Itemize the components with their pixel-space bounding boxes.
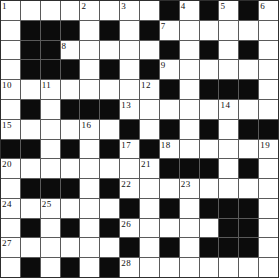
cell-r14c11[interactable] — [200, 258, 219, 277]
cell-r6c1[interactable] — [1, 100, 20, 119]
clue-number-15: 15 — [2, 120, 12, 130]
cell-r3c10[interactable] — [180, 41, 199, 60]
cell-r2c1[interactable] — [1, 21, 20, 40]
black-cell-r5c11 — [200, 80, 219, 99]
cell-r13c1[interactable]: 27 — [1, 238, 20, 257]
clue-number-7: 7 — [161, 21, 166, 31]
cell-r11c6[interactable] — [100, 199, 119, 218]
cell-r5c10[interactable] — [180, 80, 199, 99]
cell-r4c11[interactable] — [200, 60, 219, 79]
cell-r5c1[interactable]: 10 — [1, 80, 20, 99]
black-cell-r4c3 — [41, 60, 60, 79]
cell-r5c2[interactable] — [21, 80, 40, 99]
black-cell-r6c6 — [100, 100, 119, 119]
clue-number-10: 10 — [2, 80, 12, 90]
cell-r5c6[interactable] — [100, 80, 119, 99]
cell-r13c2[interactable] — [21, 238, 40, 257]
cell-r12c9[interactable] — [160, 219, 179, 238]
cell-r1c3[interactable] — [41, 1, 60, 20]
cell-r1c4[interactable] — [61, 1, 80, 20]
clue-number-12: 12 — [141, 80, 151, 90]
black-cell-r11c13 — [239, 199, 258, 218]
black-cell-r11c12 — [219, 199, 238, 218]
cell-r5c4[interactable] — [61, 80, 80, 99]
cell-r9c5[interactable] — [80, 159, 99, 178]
black-cell-r12c2 — [21, 219, 40, 238]
black-cell-r6c4 — [61, 100, 80, 119]
cell-r2c5[interactable] — [80, 21, 99, 40]
black-cell-r12c6 — [100, 219, 119, 238]
cell-r3c12[interactable] — [219, 41, 238, 60]
black-cell-r3c9 — [160, 41, 179, 60]
clue-number-2: 2 — [81, 1, 86, 11]
black-cell-r13c11 — [200, 238, 219, 257]
cell-r1c10[interactable]: 4 — [180, 1, 199, 20]
cell-r14c5[interactable] — [80, 258, 99, 277]
cell-r2c14[interactable] — [259, 21, 278, 40]
cell-r11c3[interactable]: 25 — [41, 199, 60, 218]
black-cell-r8c1 — [1, 140, 20, 159]
cell-r12c3[interactable] — [41, 219, 60, 238]
cell-r8c10[interactable] — [180, 140, 199, 159]
cell-r10c5[interactable] — [80, 179, 99, 198]
clue-number-22: 22 — [121, 179, 131, 189]
black-cell-r6c5 — [80, 100, 99, 119]
clue-number-21: 21 — [141, 159, 151, 169]
clue-number-8: 8 — [62, 41, 67, 51]
black-cell-r2c2 — [21, 21, 40, 40]
black-cell-r10c2 — [21, 179, 40, 198]
cell-r13c3[interactable] — [41, 238, 60, 257]
cell-r10c7[interactable]: 22 — [120, 179, 139, 198]
clue-number-6: 6 — [260, 1, 265, 11]
cell-r1c7[interactable]: 3 — [120, 1, 139, 20]
cell-r2c12[interactable] — [219, 21, 238, 40]
cell-r2c11[interactable] — [200, 21, 219, 40]
black-cell-r2c4 — [61, 21, 80, 40]
clue-number-3: 3 — [121, 1, 126, 11]
cell-r8c11[interactable] — [200, 140, 219, 159]
cell-r14c7[interactable]: 28 — [120, 258, 139, 277]
crossword-grid: 1234567891011121314151617181920212223242… — [0, 0, 279, 278]
cell-r3c1[interactable] — [1, 41, 20, 60]
cell-r1c12[interactable]: 5 — [219, 1, 238, 20]
cell-r4c1[interactable] — [1, 60, 20, 79]
cell-r4c10[interactable] — [180, 60, 199, 79]
cell-r10c8[interactable] — [140, 179, 159, 198]
cell-r11c4[interactable] — [61, 199, 80, 218]
black-cell-r1c13 — [239, 1, 258, 20]
cell-r6c12[interactable]: 14 — [219, 100, 238, 119]
black-cell-r9c10 — [180, 159, 199, 178]
clue-number-24: 24 — [2, 199, 12, 209]
cell-r9c3[interactable] — [41, 159, 60, 178]
cell-r8c14[interactable]: 19 — [259, 140, 278, 159]
cell-r7c4[interactable] — [61, 120, 80, 139]
cell-r6c9[interactable] — [160, 100, 179, 119]
cell-r1c2[interactable] — [21, 1, 40, 20]
cell-r5c3[interactable]: 11 — [41, 80, 60, 99]
black-cell-r2c3 — [41, 21, 60, 40]
cell-r5c7[interactable] — [120, 80, 139, 99]
black-cell-r13c7 — [120, 238, 139, 257]
cell-r11c1[interactable]: 24 — [1, 199, 20, 218]
cell-r1c8[interactable] — [140, 1, 159, 20]
cell-r7c12[interactable] — [219, 120, 238, 139]
black-cell-r9c13 — [239, 159, 258, 178]
cell-r1c6[interactable] — [100, 1, 119, 20]
black-cell-r8c6 — [100, 140, 119, 159]
cell-r10c1[interactable] — [1, 179, 20, 198]
cell-r6c13[interactable] — [239, 100, 258, 119]
black-cell-r5c12 — [219, 80, 238, 99]
cell-r9c7[interactable] — [120, 159, 139, 178]
cell-r7c5[interactable]: 16 — [80, 120, 99, 139]
black-cell-r12c13 — [239, 219, 258, 238]
black-cell-r13c9 — [160, 238, 179, 257]
black-cell-r3c3 — [41, 41, 60, 60]
cell-r9c6[interactable] — [100, 159, 119, 178]
black-cell-r10c4 — [61, 179, 80, 198]
cell-r6c11[interactable] — [200, 100, 219, 119]
cell-r13c8[interactable] — [140, 238, 159, 257]
black-cell-r7c14 — [259, 120, 278, 139]
black-cell-r9c9 — [160, 159, 179, 178]
cell-r8c7[interactable]: 17 — [120, 140, 139, 159]
cell-r2c10[interactable] — [180, 21, 199, 40]
black-cell-r8c4 — [61, 140, 80, 159]
cell-r6c10[interactable] — [180, 100, 199, 119]
black-cell-r8c8 — [140, 140, 159, 159]
black-cell-r7c11 — [200, 120, 219, 139]
cell-r12c14[interactable] — [259, 219, 278, 238]
clue-number-19: 19 — [260, 140, 270, 150]
cell-r4c7[interactable] — [120, 60, 139, 79]
cell-r8c5[interactable] — [80, 140, 99, 159]
cell-r1c1[interactable]: 1 — [1, 1, 20, 20]
cell-r14c13[interactable] — [239, 258, 258, 277]
cell-r4c14[interactable] — [259, 60, 278, 79]
cell-r11c14[interactable] — [259, 199, 278, 218]
cell-r8c3[interactable] — [41, 140, 60, 159]
cell-r12c1[interactable] — [1, 219, 20, 238]
cell-r10c14[interactable] — [259, 179, 278, 198]
cell-r9c4[interactable] — [61, 159, 80, 178]
cell-r11c2[interactable] — [21, 199, 40, 218]
black-cell-r4c8 — [140, 60, 159, 79]
cell-r14c8[interactable] — [140, 258, 159, 277]
black-cell-r2c6 — [100, 21, 119, 40]
clue-number-27: 27 — [2, 238, 12, 248]
cell-r2c7[interactable] — [120, 21, 139, 40]
clue-number-16: 16 — [81, 120, 91, 130]
cell-r10c10[interactable]: 23 — [180, 179, 199, 198]
cell-r4c12[interactable] — [219, 60, 238, 79]
cell-r10c12[interactable] — [219, 179, 238, 198]
cell-r3c7[interactable] — [120, 41, 139, 60]
cell-r14c10[interactable] — [180, 258, 199, 277]
black-cell-r8c2 — [21, 140, 40, 159]
black-cell-r14c4 — [61, 258, 80, 277]
black-cell-r14c6 — [100, 258, 119, 277]
cell-r7c1[interactable]: 15 — [1, 120, 20, 139]
cell-r14c12[interactable] — [219, 258, 238, 277]
cell-r6c3[interactable] — [41, 100, 60, 119]
clue-number-23: 23 — [181, 179, 191, 189]
black-cell-r7c7 — [120, 120, 139, 139]
black-cell-r7c13 — [239, 120, 258, 139]
black-cell-r1c11 — [200, 1, 219, 20]
black-cell-r3c11 — [200, 41, 219, 60]
clue-number-17: 17 — [121, 140, 131, 150]
cell-r12c10[interactable] — [180, 219, 199, 238]
cell-r9c8[interactable]: 21 — [140, 159, 159, 178]
clue-number-11: 11 — [42, 80, 52, 90]
cell-r1c14[interactable]: 6 — [259, 1, 278, 20]
cell-r3c8[interactable] — [140, 41, 159, 60]
black-cell-r12c4 — [61, 219, 80, 238]
cell-r12c8[interactable] — [140, 219, 159, 238]
black-cell-r5c13 — [239, 80, 258, 99]
cell-r4c13[interactable] — [239, 60, 258, 79]
cell-r7c10[interactable] — [180, 120, 199, 139]
cell-r10c13[interactable] — [239, 179, 258, 198]
cell-r12c11[interactable] — [200, 219, 219, 238]
clue-number-1: 1 — [2, 1, 7, 11]
black-cell-r7c9 — [160, 120, 179, 139]
cell-r11c10[interactable] — [180, 199, 199, 218]
clue-number-4: 4 — [181, 1, 186, 11]
cell-r6c8[interactable] — [140, 100, 159, 119]
black-cell-r3c2 — [21, 41, 40, 60]
cell-r14c14[interactable] — [259, 258, 278, 277]
cell-r7c8[interactable] — [140, 120, 159, 139]
black-cell-r1c9 — [160, 1, 179, 20]
black-cell-r4c4 — [61, 60, 80, 79]
black-cell-r3c13 — [239, 41, 258, 60]
cell-r9c2[interactable] — [21, 159, 40, 178]
cell-r13c4[interactable] — [61, 238, 80, 257]
black-cell-r6c2 — [21, 100, 40, 119]
clue-number-28: 28 — [121, 258, 131, 268]
cell-r5c8[interactable]: 12 — [140, 80, 159, 99]
black-cell-r2c8 — [140, 21, 159, 40]
black-cell-r13c13 — [239, 238, 258, 257]
black-cell-r4c2 — [21, 60, 40, 79]
black-cell-r11c11 — [200, 199, 219, 218]
cell-r13c5[interactable] — [80, 238, 99, 257]
cell-r4c9[interactable]: 9 — [160, 60, 179, 79]
cell-r2c13[interactable] — [239, 21, 258, 40]
clue-number-14: 14 — [220, 100, 230, 110]
cell-r1c5[interactable]: 2 — [80, 1, 99, 20]
cell-r13c14[interactable] — [259, 238, 278, 257]
clue-number-9: 9 — [161, 60, 166, 70]
cell-r7c3[interactable] — [41, 120, 60, 139]
black-cell-r11c9 — [160, 199, 179, 218]
cell-r6c14[interactable] — [259, 100, 278, 119]
cell-r9c12[interactable] — [219, 159, 238, 178]
cell-r12c5[interactable] — [80, 219, 99, 238]
black-cell-r10c6 — [100, 179, 119, 198]
cell-r3c6[interactable] — [100, 41, 119, 60]
clue-number-25: 25 — [42, 199, 52, 209]
cell-r9c1[interactable]: 20 — [1, 159, 20, 178]
cell-r8c13[interactable] — [239, 140, 258, 159]
cell-r2c9[interactable]: 7 — [160, 21, 179, 40]
cell-r4c5[interactable] — [80, 60, 99, 79]
cell-r9c14[interactable] — [259, 159, 278, 178]
cell-r11c8[interactable] — [140, 199, 159, 218]
cell-r7c6[interactable] — [100, 120, 119, 139]
cell-r5c14[interactable] — [259, 80, 278, 99]
cell-r14c9[interactable] — [160, 258, 179, 277]
black-cell-r14c2 — [21, 258, 40, 277]
cell-r3c14[interactable] — [259, 41, 278, 60]
cell-r5c5[interactable] — [80, 80, 99, 99]
cell-r7c2[interactable] — [21, 120, 40, 139]
cell-r8c12[interactable] — [219, 140, 238, 159]
cell-r10c9[interactable] — [160, 179, 179, 198]
cell-r8c9[interactable]: 18 — [160, 140, 179, 159]
clue-number-26: 26 — [121, 219, 131, 229]
cell-r14c3[interactable] — [41, 258, 60, 277]
cell-r3c5[interactable] — [80, 41, 99, 60]
black-cell-r11c7 — [120, 199, 139, 218]
clue-number-20: 20 — [2, 159, 12, 169]
clue-number-5: 5 — [220, 1, 225, 11]
crossword-board: 1234567891011121314151617181920212223242… — [0, 0, 279, 278]
clue-number-13: 13 — [121, 100, 131, 110]
clue-number-18: 18 — [161, 140, 171, 150]
cell-r11c5[interactable] — [80, 199, 99, 218]
black-cell-r12c12 — [219, 219, 238, 238]
black-cell-r13c12 — [219, 238, 238, 257]
cell-r6c7[interactable]: 13 — [120, 100, 139, 119]
black-cell-r4c6 — [100, 60, 119, 79]
cell-r10c11[interactable] — [200, 179, 219, 198]
cell-r13c6[interactable] — [100, 238, 119, 257]
cell-r13c10[interactable] — [180, 238, 199, 257]
black-cell-r5c9 — [160, 80, 179, 99]
cell-r12c7[interactable]: 26 — [120, 219, 139, 238]
black-cell-r9c11 — [200, 159, 219, 178]
cell-r3c4[interactable]: 8 — [61, 41, 80, 60]
black-cell-r10c3 — [41, 179, 60, 198]
cell-r14c1[interactable] — [1, 258, 20, 277]
